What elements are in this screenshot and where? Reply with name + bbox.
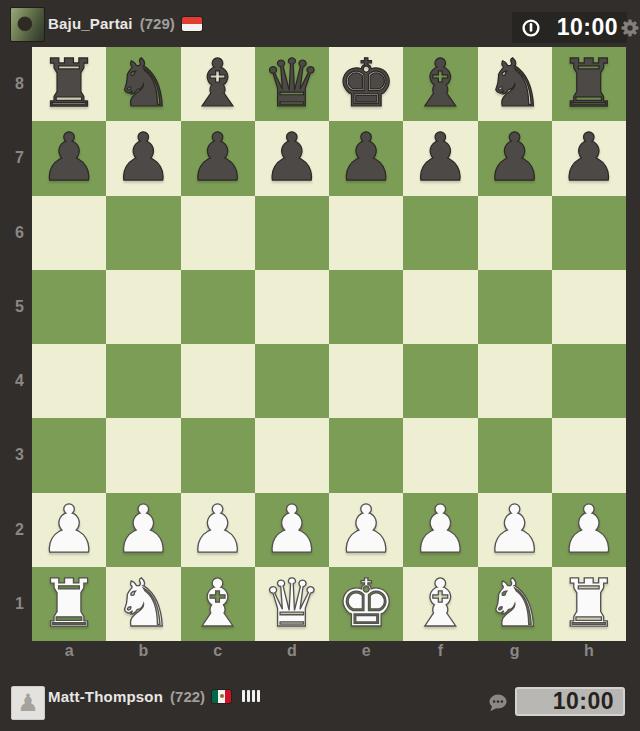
square-a3[interactable] [32,418,106,492]
rank-label-5: 5 [0,270,32,344]
square-c3[interactable] [181,418,255,492]
square-h8[interactable]: ♜ [552,47,626,121]
piece-white-bishop-f1[interactable]: ♝ [411,571,470,637]
piece-black-pawn-c7[interactable]: ♟ [188,125,247,191]
square-e3[interactable] [329,418,403,492]
piece-black-rook-a8[interactable]: ♜ [40,51,99,117]
settings-gear-icon[interactable] [621,19,639,37]
square-c6[interactable] [181,196,255,270]
piece-black-pawn-a7[interactable]: ♟ [40,125,99,191]
piece-black-pawn-b7[interactable]: ♟ [114,125,173,191]
square-f3[interactable] [403,418,477,492]
square-g6[interactable] [478,196,552,270]
top-player-bar: Baju_Partai (729) 10:00 [0,0,640,47]
piece-white-pawn-c2[interactable]: ♟ [188,497,247,563]
square-f8[interactable]: ♝ [403,47,477,121]
piece-white-pawn-h2[interactable]: ♟ [559,497,618,563]
piece-black-king-e8[interactable]: ♚ [337,51,396,117]
timer-icon [520,17,542,39]
square-h6[interactable] [552,196,626,270]
square-b7[interactable]: ♟ [106,121,180,195]
square-b6[interactable] [106,196,180,270]
mexico-flag-icon [212,690,231,703]
signal-bar [242,690,245,702]
bottom-clock-time: 10:00 [517,688,623,715]
piece-black-knight-g8[interactable]: ♞ [485,51,544,117]
square-a7[interactable]: ♟ [32,121,106,195]
piece-black-rook-h8[interactable]: ♜ [559,51,618,117]
signal-bar [257,690,260,702]
piece-black-pawn-h7[interactable]: ♟ [559,125,618,191]
rank-label-3: 3 [0,418,32,492]
square-e7[interactable]: ♟ [329,121,403,195]
square-g5[interactable] [478,270,552,344]
square-e2[interactable]: ♟ [329,493,403,567]
piece-white-pawn-a2[interactable]: ♟ [40,497,99,563]
square-b2[interactable]: ♟ [106,493,180,567]
top-player-name[interactable]: Baju_Partai [48,15,133,32]
signal-bars-icon [242,690,260,702]
piece-black-bishop-f8[interactable]: ♝ [411,51,470,117]
square-a5[interactable] [32,270,106,344]
square-c1[interactable]: ♝ [181,567,255,641]
square-f7[interactable]: ♟ [403,121,477,195]
bottom-player-info: Matt-Thompson (722) [48,678,260,714]
square-b1[interactable]: ♞ [106,567,180,641]
square-h3[interactable] [552,418,626,492]
rank-label-1: 1 [0,567,32,641]
square-c8[interactable]: ♝ [181,47,255,121]
chess-board[interactable]: ♜♞♝♛♚♝♞♜♟♟♟♟♟♟♟♟♟♟♟♟♟♟♟♟♜♞♝♛♚♝♞♜ [32,47,626,641]
square-h2[interactable]: ♟ [552,493,626,567]
square-a8[interactable]: ♜ [32,47,106,121]
rank-labels: 87654321 [0,47,32,641]
bottom-player-avatar[interactable]: ♟ [11,686,45,720]
square-b4[interactable] [106,344,180,418]
piece-white-queen-d1[interactable]: ♛ [262,571,321,637]
square-c5[interactable] [181,270,255,344]
square-d6[interactable] [255,196,329,270]
square-b5[interactable] [106,270,180,344]
square-e5[interactable] [329,270,403,344]
indonesia-flag-icon [182,17,202,31]
square-e6[interactable] [329,196,403,270]
square-e8[interactable]: ♚ [329,47,403,121]
chat-bubble-icon[interactable] [487,693,509,713]
square-g1[interactable]: ♞ [478,567,552,641]
square-g8[interactable]: ♞ [478,47,552,121]
square-d7[interactable]: ♟ [255,121,329,195]
piece-black-pawn-f7[interactable]: ♟ [411,125,470,191]
square-f2[interactable]: ♟ [403,493,477,567]
rank-label-6: 6 [0,196,32,270]
top-player-avatar[interactable] [10,7,45,42]
square-a1[interactable]: ♜ [32,567,106,641]
piece-black-bishop-c8[interactable]: ♝ [188,51,247,117]
bottom-player-clock: 10:00 [515,687,625,716]
square-d3[interactable] [255,418,329,492]
square-b3[interactable] [106,418,180,492]
piece-black-knight-b8[interactable]: ♞ [114,51,173,117]
piece-white-knight-b1[interactable]: ♞ [114,571,173,637]
square-g3[interactable] [478,418,552,492]
piece-white-pawn-g2[interactable]: ♟ [485,497,544,563]
piece-black-pawn-d7[interactable]: ♟ [262,125,321,191]
square-h1[interactable]: ♜ [552,567,626,641]
square-g7[interactable]: ♟ [478,121,552,195]
square-d5[interactable] [255,270,329,344]
square-c4[interactable] [181,344,255,418]
square-b8[interactable]: ♞ [106,47,180,121]
square-d8[interactable]: ♛ [255,47,329,121]
square-f6[interactable] [403,196,477,270]
rank-label-7: 7 [0,121,32,195]
square-c2[interactable]: ♟ [181,493,255,567]
square-d4[interactable] [255,344,329,418]
piece-white-rook-a1[interactable]: ♜ [40,571,99,637]
piece-white-pawn-d2[interactable]: ♟ [262,497,321,563]
square-d2[interactable]: ♟ [255,493,329,567]
rank-label-4: 4 [0,344,32,418]
piece-white-pawn-f2[interactable]: ♟ [411,497,470,563]
bottom-player-rating: (722) [170,688,205,705]
rank-label-8: 8 [0,47,32,121]
pawn-silhouette-icon: ♟ [17,691,39,715]
square-a4[interactable] [32,344,106,418]
square-c7[interactable]: ♟ [181,121,255,195]
square-a6[interactable] [32,196,106,270]
square-f1[interactable]: ♝ [403,567,477,641]
square-g4[interactable] [478,344,552,418]
bottom-player-name[interactable]: Matt-Thompson [48,688,163,705]
piece-white-knight-g1[interactable]: ♞ [485,571,544,637]
piece-black-pawn-e7[interactable]: ♟ [337,125,396,191]
piece-white-king-e1[interactable]: ♚ [337,571,396,637]
square-g2[interactable]: ♟ [478,493,552,567]
square-f4[interactable] [403,344,477,418]
square-e1[interactable]: ♚ [329,567,403,641]
top-player-rating: (729) [140,15,175,32]
piece-white-pawn-e2[interactable]: ♟ [337,497,396,563]
signal-bar [252,690,255,702]
square-h5[interactable] [552,270,626,344]
signal-bar [247,690,250,702]
piece-white-rook-h1[interactable]: ♜ [559,571,618,637]
top-player-info: Baju_Partai (729) [48,0,202,47]
square-h7[interactable]: ♟ [552,121,626,195]
square-d1[interactable]: ♛ [255,567,329,641]
piece-white-bishop-c1[interactable]: ♝ [188,571,247,637]
game-screen: Baju_Partai (729) 10:00 [0,0,640,731]
square-h4[interactable] [552,344,626,418]
bottom-player-bar: ♟ Matt-Thompson (722) 10:00 [0,660,640,731]
square-e4[interactable] [329,344,403,418]
piece-white-pawn-b2[interactable]: ♟ [114,497,173,563]
square-a2[interactable]: ♟ [32,493,106,567]
top-clock-time: 10:00 [542,14,627,41]
square-f5[interactable] [403,270,477,344]
piece-black-queen-d8[interactable]: ♛ [262,51,321,117]
piece-black-pawn-g7[interactable]: ♟ [485,125,544,191]
top-player-clock: 10:00 [512,12,627,43]
rank-label-2: 2 [0,493,32,567]
